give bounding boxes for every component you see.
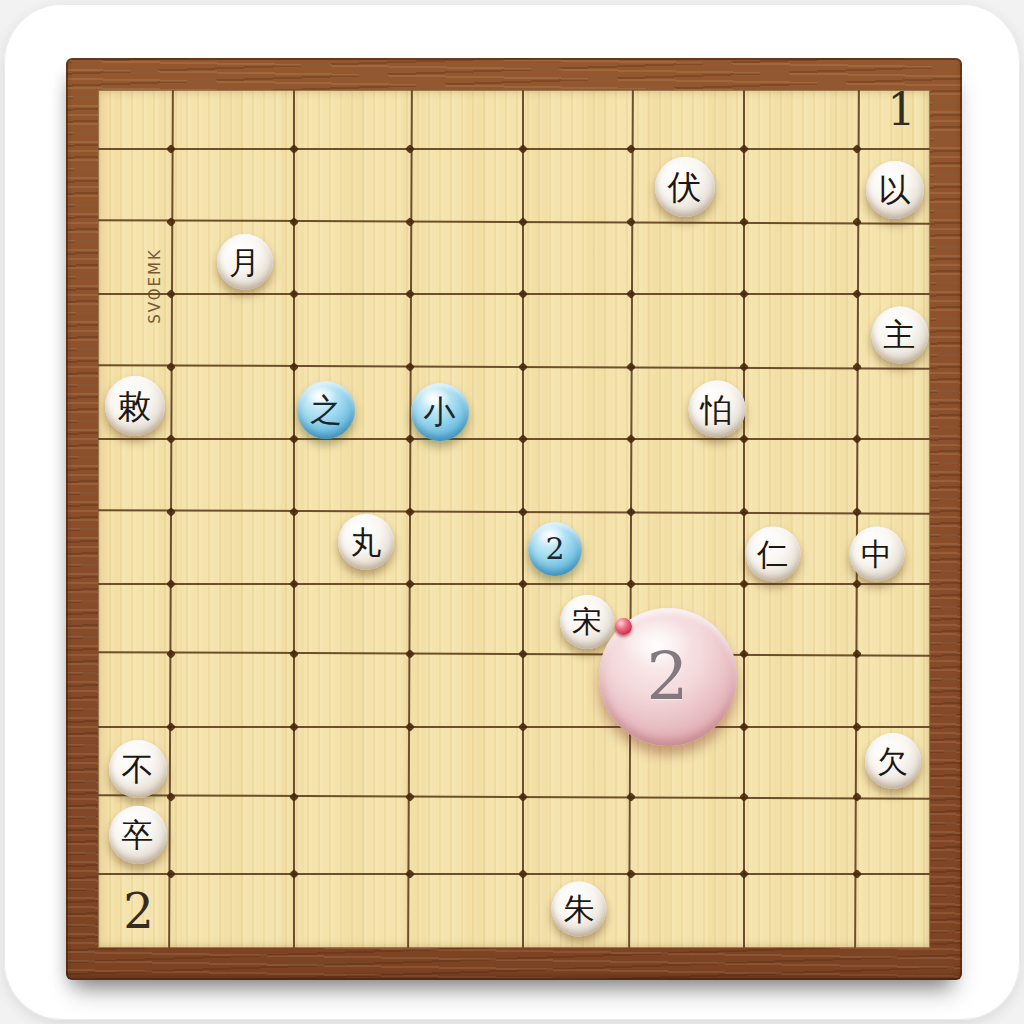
grid-intersection-dot (739, 792, 749, 802)
white-piece-敕[interactable]: 敕 (105, 376, 165, 436)
white-piece-月[interactable]: 月 (217, 234, 273, 290)
grid-intersection-dot (166, 722, 176, 732)
grid-intersection-dot (739, 144, 749, 154)
grid-intersection-dot (739, 722, 749, 732)
piece-glyph: 2 (647, 644, 689, 710)
grid-intersection-dot (166, 434, 176, 444)
grid-intersection-dot (852, 507, 862, 517)
grid-intersection-dot (289, 792, 299, 802)
piece-glyph: 怕 (701, 393, 733, 425)
white-piece-仁[interactable]: 仁 (745, 527, 800, 582)
grid-intersection-dot (289, 507, 299, 517)
grid-intersection-dot (626, 217, 636, 227)
grid-intersection-dot (518, 869, 528, 879)
grid-intersection-dot (405, 507, 415, 517)
white-piece-主[interactable]: 主 (871, 306, 928, 363)
grid-intersection-dot (739, 649, 749, 659)
grid-intersection-dot (626, 289, 636, 299)
grid-horizontal-line (98, 726, 930, 728)
grid-intersection-dot (289, 217, 299, 227)
grid-intersection-dot (626, 507, 636, 517)
grid-intersection-dot (289, 649, 299, 659)
white-piece-丸[interactable]: 丸 (338, 514, 394, 570)
piece-glyph: 宋 (572, 607, 602, 637)
grid-intersection-dot (852, 217, 862, 227)
grid-intersection-dot (739, 362, 749, 372)
grid-horizontal-line (98, 794, 930, 800)
white-piece-伏[interactable]: 伏 (655, 157, 715, 217)
grid-intersection-dot (405, 792, 415, 802)
grid-intersection-dot (852, 649, 862, 659)
grid-intersection-dot (518, 434, 528, 444)
blue-piece-2[interactable]: 2 (528, 522, 582, 576)
piece-glyph: 朱 (564, 894, 595, 925)
grid-intersection-dot (289, 434, 299, 444)
grid-intersection-dot (405, 217, 415, 227)
wooden-board-frame: 12 SVOEMK 伏以月主敕之小怕丸2仁中宋2欠不卒朱 (66, 58, 962, 980)
piece-glyph: 主 (884, 319, 916, 351)
grid-intersection-dot (852, 362, 862, 372)
grid-intersection-dot (518, 792, 528, 802)
grid-intersection-dot (405, 289, 415, 299)
grid-horizontal-line (98, 293, 930, 295)
grid-intersection-dot (518, 289, 528, 299)
grid-intersection-dot (289, 289, 299, 299)
grid-horizontal-line (98, 219, 930, 225)
piece-glyph: 不 (122, 753, 154, 785)
piece-glyph: 之 (310, 394, 342, 426)
grid-intersection-dot (405, 362, 415, 372)
piece-glyph: 欠 (877, 746, 908, 777)
grid-intersection-dot (852, 579, 862, 589)
piece-glyph: 敕 (118, 389, 152, 423)
piece-glyph: 仁 (757, 539, 788, 570)
grid-horizontal-line (98, 438, 930, 440)
grid-intersection-dot (739, 579, 749, 589)
piece-glyph: 2 (545, 534, 564, 564)
cell-number-label-2: 2 (123, 887, 154, 935)
piece-glyph: 中 (861, 539, 892, 570)
grid-intersection-dot (518, 579, 528, 589)
grid-horizontal-line (98, 651, 930, 657)
piece-glyph: 卒 (122, 819, 154, 851)
grid-intersection-dot (852, 792, 862, 802)
grid-intersection-dot (405, 579, 415, 589)
grid-intersection-dot (518, 722, 528, 732)
white-piece-怕[interactable]: 怕 (688, 381, 745, 438)
grid-intersection-dot (289, 869, 299, 879)
white-piece-卒[interactable]: 卒 (109, 806, 167, 864)
grid-intersection-dot (739, 434, 749, 444)
grid-intersection-dot (518, 507, 528, 517)
grid-intersection-dot (166, 579, 176, 589)
grid-intersection-dot (518, 217, 528, 227)
white-piece-宋[interactable]: 宋 (560, 595, 614, 649)
piece-glyph: 丸 (351, 527, 382, 558)
grid-intersection-dot (739, 217, 749, 227)
pin-marker-icon (615, 618, 632, 635)
grid-intersection-dot (405, 722, 415, 732)
blue-piece-小[interactable]: 小 (411, 383, 469, 441)
grid-intersection-dot (852, 434, 862, 444)
grid-intersection-dot (852, 289, 862, 299)
cell-number-label-1: 1 (888, 90, 916, 132)
grid-intersection-dot (626, 434, 636, 444)
grid-horizontal-line (98, 509, 930, 515)
blue-piece-之[interactable]: 之 (297, 381, 355, 439)
grid-intersection-dot (852, 722, 862, 732)
piece-glyph: 伏 (668, 170, 702, 204)
piece-glyph: 月 (229, 247, 260, 278)
grid-intersection-dot (405, 649, 415, 659)
grid-intersection-dot (518, 362, 528, 372)
piece-glyph: 以 (879, 174, 911, 206)
grid-intersection-dot (166, 144, 176, 154)
side-inscription: SVOEMK (146, 221, 166, 351)
grid-intersection-dot (739, 507, 749, 517)
grid-intersection-dot (626, 362, 636, 372)
grid-intersection-dot (289, 362, 299, 372)
grid-horizontal-line (98, 583, 930, 585)
grid-intersection-dot (405, 144, 415, 154)
grid-intersection-dot (405, 434, 415, 444)
grid-intersection-dot (518, 649, 528, 659)
grid-intersection-dot (289, 144, 299, 154)
grid-intersection-dot (166, 289, 176, 299)
rounded-card-background: 12 SVOEMK 伏以月主敕之小怕丸2仁中宋2欠不卒朱 (4, 4, 1020, 1020)
grid-intersection-dot (289, 579, 299, 589)
white-piece-朱[interactable]: 朱 (552, 882, 607, 937)
grid-intersection-dot (626, 579, 636, 589)
piece-glyph: 小 (424, 396, 456, 428)
white-piece-中[interactable]: 中 (849, 527, 904, 582)
grid-intersection-dot (852, 144, 862, 154)
grid-intersection-dot (289, 722, 299, 732)
grid-horizontal-line (98, 364, 930, 370)
white-piece-不[interactable]: 不 (109, 740, 167, 798)
game-board: 12 SVOEMK 伏以月主敕之小怕丸2仁中宋2欠不卒朱 (98, 90, 930, 948)
pink-piece-2[interactable]: 2 (599, 608, 737, 746)
grid-intersection-dot (739, 289, 749, 299)
grid-intersection-dot (518, 144, 528, 154)
white-piece-欠[interactable]: 欠 (865, 733, 921, 789)
grid-intersection-dot (626, 792, 636, 802)
grid-horizontal-line (98, 873, 930, 875)
grid-intersection-dot (739, 869, 749, 879)
white-piece-以[interactable]: 以 (866, 161, 924, 219)
grid-horizontal-line (98, 148, 930, 150)
grid-intersection-dot (626, 144, 636, 154)
